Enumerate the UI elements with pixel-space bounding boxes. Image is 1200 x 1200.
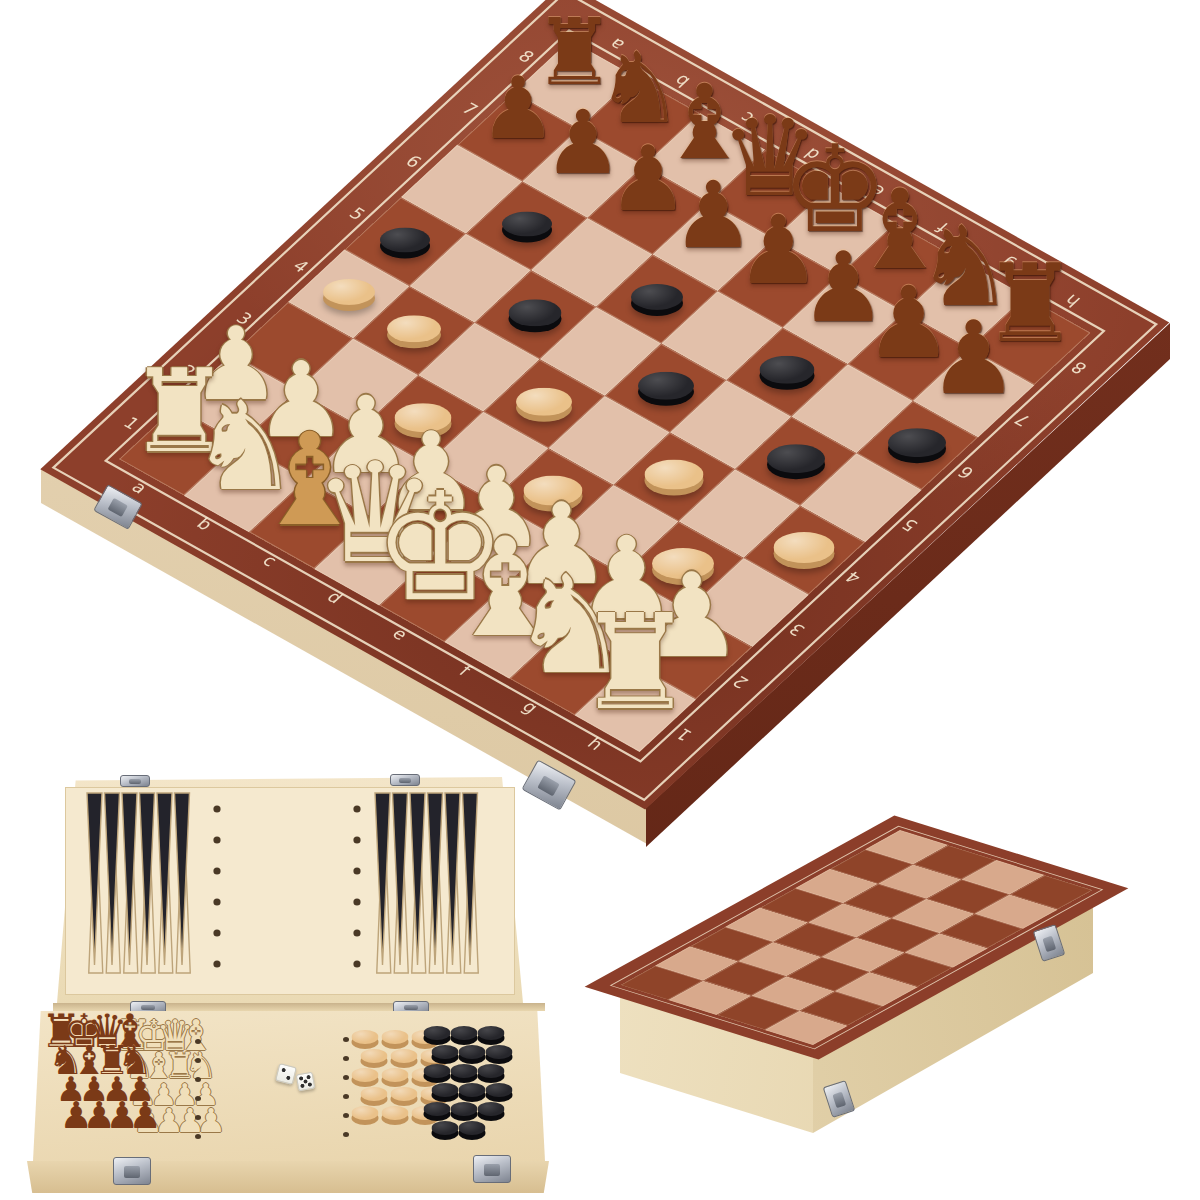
tray-checker-wooden — [382, 1068, 409, 1082]
base-point-dot — [195, 1134, 201, 1139]
tray-checker-black — [424, 1102, 451, 1116]
lid-hinge-icon — [120, 775, 150, 787]
tray-dark-piece: ♟ — [128, 1097, 161, 1134]
base-point-dot — [195, 1039, 201, 1044]
base-point-dot — [343, 1075, 349, 1080]
tray-checker-black — [478, 1026, 505, 1040]
tray-checker-black — [486, 1083, 513, 1097]
tray-checker-black — [478, 1102, 505, 1116]
base-point-dot — [343, 1094, 349, 1099]
checker-black-a5[interactable] — [380, 227, 430, 252]
tray-checker-wooden — [391, 1049, 418, 1063]
tray-checker-wooden — [352, 1068, 379, 1082]
base-point-dot — [343, 1037, 349, 1042]
open-box-photo: ♜♜♚♚♛♛♝♝♞♞♝♝♜♜♞♞♟♟♟♟♟♟♟♟♟♟♟♟♟♟♟♟ — [25, 765, 555, 1195]
checker-black-b6[interactable] — [502, 211, 552, 236]
tray-checker-wooden — [382, 1106, 409, 1120]
base-point-dot — [195, 1096, 201, 1101]
checker-black-h6[interactable] — [888, 429, 946, 458]
tray-checker-wooden — [361, 1087, 388, 1101]
lid-hinge-icon — [390, 774, 420, 786]
tray-light-piece: ♟ — [196, 1104, 226, 1137]
tray-checker-black — [459, 1121, 486, 1135]
closed-box-photo — [595, 815, 1200, 1200]
tray-checker-wooden — [352, 1106, 379, 1120]
checker-black-f6[interactable] — [760, 356, 815, 384]
open-box-front-face — [27, 1161, 549, 1193]
checker-wooden-h4[interactable] — [774, 532, 835, 563]
tray-checker-wooden — [382, 1030, 409, 1044]
tray-checker-black — [432, 1045, 459, 1059]
base-point-dot — [195, 1115, 201, 1120]
checker-black-c5[interactable] — [509, 299, 562, 326]
tray-checker-black — [451, 1026, 478, 1040]
tray-checker-black — [451, 1102, 478, 1116]
piece-white-r-h1[interactable]: ♜ — [576, 596, 694, 728]
checker-wooden-b4[interactable] — [387, 315, 441, 342]
box-latch-icon[interactable] — [473, 1155, 511, 1183]
tray-checker-black — [432, 1083, 459, 1097]
checker-black-g5[interactable] — [767, 444, 825, 473]
tray-checker-black — [478, 1064, 505, 1078]
base-point-dot — [195, 1077, 201, 1082]
checker-black-d6[interactable] — [631, 284, 683, 310]
die-two[interactable] — [296, 1072, 316, 1092]
box-latch-icon[interactable] — [113, 1157, 151, 1185]
tray-checker-black — [459, 1083, 486, 1097]
tray-checker-black — [486, 1045, 513, 1059]
checker-black-e5[interactable] — [638, 372, 694, 400]
checker-wooden-f4[interactable] — [645, 460, 704, 490]
tray-checker-wooden — [361, 1049, 388, 1063]
tray-checker-black — [432, 1121, 459, 1135]
tray-checker-black — [459, 1045, 486, 1059]
base-point-dot — [195, 1058, 201, 1063]
tray-checker-black — [451, 1064, 478, 1078]
tray-checker-black — [424, 1064, 451, 1078]
tray-checker-wooden — [352, 1030, 379, 1044]
tray-checker-black — [424, 1026, 451, 1040]
piece-black-p-h7[interactable]: ♟ — [928, 308, 1019, 409]
tray-checker-wooden — [391, 1087, 418, 1101]
checker-wooden-a4[interactable] — [323, 279, 375, 305]
base-point-dot — [343, 1132, 349, 1137]
checker-wooden-d4[interactable] — [516, 388, 572, 416]
base-point-dot — [343, 1056, 349, 1061]
backgammon-points-graphic — [65, 787, 515, 995]
base-point-dot — [343, 1113, 349, 1118]
